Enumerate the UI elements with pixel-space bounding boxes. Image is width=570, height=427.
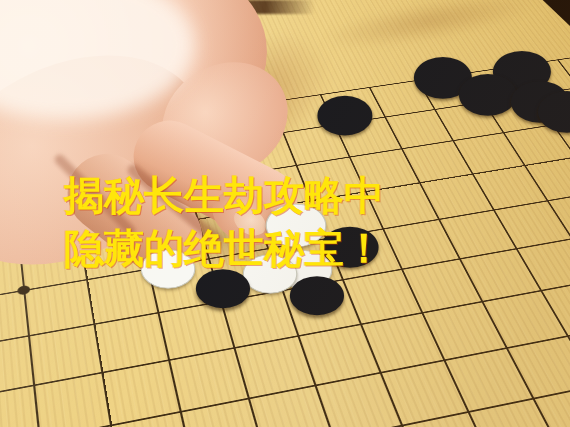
headline-line-2: 隐藏的绝世秘宝！	[64, 221, 384, 274]
black-stone: ●	[314, 85, 377, 137]
black-stone: ●	[534, 80, 570, 135]
go-article-cover: ●●●●●●●●●●●●● 揭秘长生劫攻略中 隐藏的绝世秘宝！	[0, 0, 570, 427]
black-stone: ●	[410, 46, 476, 101]
black-stone: ●	[489, 40, 555, 95]
black-stone: ●	[507, 70, 570, 125]
headline-line-1: 揭秘长生劫攻略中	[64, 168, 384, 221]
headline-text: 揭秘长生劫攻略中 隐藏的绝世秘宝！	[64, 168, 384, 274]
black-stone: ●	[455, 63, 521, 118]
